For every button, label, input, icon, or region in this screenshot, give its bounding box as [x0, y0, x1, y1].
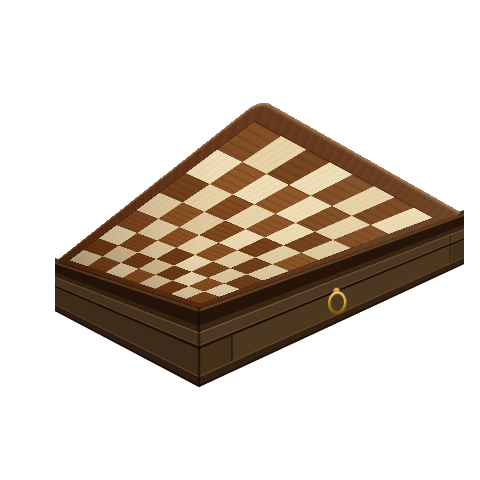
chess-board-case-photo — [0, 0, 480, 480]
